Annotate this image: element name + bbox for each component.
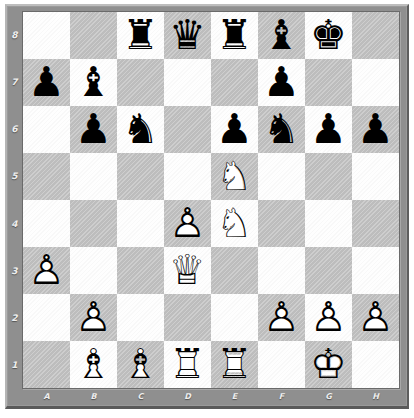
square-c4[interactable] [117, 200, 164, 247]
piece-white-pawn: ♟♙ [305, 294, 352, 341]
file-label-f: F [258, 389, 305, 404]
square-f4[interactable] [258, 200, 305, 247]
piece-black-bishop: ♝ [70, 59, 117, 106]
square-e4[interactable]: ♞♘ [211, 200, 258, 247]
square-g3[interactable] [305, 247, 352, 294]
piece-black-knight: ♞ [117, 106, 164, 153]
square-b1[interactable]: ♝♗ [70, 341, 117, 388]
piece-fill: ♞ [258, 106, 305, 153]
square-h4[interactable] [352, 200, 399, 247]
piece-outline: ♗ [70, 341, 117, 388]
square-c5[interactable] [117, 153, 164, 200]
square-d6[interactable] [164, 106, 211, 153]
square-g6[interactable]: ♟ [305, 106, 352, 153]
piece-fill: ♞ [211, 153, 258, 200]
piece-white-knight: ♞♘ [211, 153, 258, 200]
square-e6[interactable]: ♟ [211, 106, 258, 153]
file-label-g: G [305, 389, 352, 404]
square-h6[interactable]: ♟ [352, 106, 399, 153]
square-d7[interactable] [164, 59, 211, 106]
piece-white-bishop: ♝♗ [117, 341, 164, 388]
rank-label-1: 1 [11, 342, 17, 389]
piece-black-pawn: ♟ [352, 106, 399, 153]
piece-fill: ♛ [164, 12, 211, 59]
square-e8[interactable]: ♜ [211, 12, 258, 59]
piece-fill: ♟ [70, 294, 117, 341]
piece-fill: ♝ [258, 12, 305, 59]
square-g8[interactable]: ♚ [305, 12, 352, 59]
file-label-b: B [70, 389, 117, 404]
square-e5[interactable]: ♞♘ [211, 153, 258, 200]
square-a3[interactable]: ♟♙ [23, 247, 70, 294]
square-d8[interactable]: ♛ [164, 12, 211, 59]
square-g1[interactable]: ♚♔ [305, 341, 352, 388]
square-d4[interactable]: ♟♙ [164, 200, 211, 247]
square-a6[interactable] [23, 106, 70, 153]
square-f8[interactable]: ♝ [258, 12, 305, 59]
piece-fill: ♜ [164, 341, 211, 388]
piece-outline: ♘ [211, 153, 258, 200]
piece-outline: ♖ [164, 341, 211, 388]
piece-white-pawn: ♟♙ [23, 247, 70, 294]
piece-white-pawn: ♟♙ [70, 294, 117, 341]
piece-fill: ♝ [70, 341, 117, 388]
piece-outline: ♙ [23, 247, 70, 294]
piece-outline: ♙ [164, 200, 211, 247]
piece-outline: ♙ [352, 294, 399, 341]
piece-fill: ♜ [211, 341, 258, 388]
square-a4[interactable] [23, 200, 70, 247]
square-f5[interactable] [258, 153, 305, 200]
square-a1[interactable] [23, 341, 70, 388]
square-b3[interactable] [70, 247, 117, 294]
square-g4[interactable] [305, 200, 352, 247]
file-label-d: D [164, 389, 211, 404]
square-e7[interactable] [211, 59, 258, 106]
chess-board: ♜♛♜♝♚♟♝♟♟♞♟♞♟♟♞♘♟♙♞♘♟♙♛♕♟♙♟♙♟♙♟♙♝♗♝♗♜♖♜♖… [22, 11, 400, 389]
piece-fill: ♝ [70, 59, 117, 106]
square-b4[interactable] [70, 200, 117, 247]
square-h8[interactable] [352, 12, 399, 59]
square-a7[interactable]: ♟ [23, 59, 70, 106]
piece-black-pawn: ♟ [23, 59, 70, 106]
piece-outline: ♖ [211, 341, 258, 388]
piece-black-pawn: ♟ [211, 106, 258, 153]
square-a5[interactable] [23, 153, 70, 200]
piece-outline: ♕ [164, 247, 211, 294]
square-f6[interactable]: ♞ [258, 106, 305, 153]
square-d3[interactable]: ♛♕ [164, 247, 211, 294]
square-e2[interactable] [211, 294, 258, 341]
square-h5[interactable] [352, 153, 399, 200]
square-d5[interactable] [164, 153, 211, 200]
rank-labels: 87654321 [7, 11, 22, 389]
piece-fill: ♟ [305, 294, 352, 341]
square-d2[interactable] [164, 294, 211, 341]
piece-black-knight: ♞ [258, 106, 305, 153]
piece-white-bishop: ♝♗ [70, 341, 117, 388]
square-b7[interactable]: ♝ [70, 59, 117, 106]
piece-fill: ♟ [258, 59, 305, 106]
piece-fill: ♚ [305, 341, 352, 388]
square-c6[interactable]: ♞ [117, 106, 164, 153]
piece-black-pawn: ♟ [258, 59, 305, 106]
piece-fill: ♞ [211, 200, 258, 247]
square-g7[interactable] [305, 59, 352, 106]
piece-black-rook: ♜ [117, 12, 164, 59]
square-c8[interactable]: ♜ [117, 12, 164, 59]
piece-fill: ♜ [117, 12, 164, 59]
piece-outline: ♙ [70, 294, 117, 341]
square-c1[interactable]: ♝♗ [117, 341, 164, 388]
file-label-h: H [352, 389, 399, 404]
chess-board-frame: 87654321 ♜♛♜♝♚♟♝♟♟♞♟♞♟♟♞♘♟♙♞♘♟♙♛♕♟♙♟♙♟♙♟… [5, 4, 409, 409]
piece-black-queen: ♛ [164, 12, 211, 59]
square-f3[interactable] [258, 247, 305, 294]
piece-white-pawn: ♟♙ [164, 200, 211, 247]
square-c3[interactable] [117, 247, 164, 294]
square-a2[interactable] [23, 294, 70, 341]
chess-diagram-page: 87654321 ♜♛♜♝♚♟♝♟♟♞♟♞♟♟♞♘♟♙♞♘♟♙♛♕♟♙♟♙♟♙♟… [0, 0, 414, 418]
square-e1[interactable]: ♜♖ [211, 341, 258, 388]
square-b2[interactable]: ♟♙ [70, 294, 117, 341]
square-g2[interactable]: ♟♙ [305, 294, 352, 341]
piece-outline: ♗ [117, 341, 164, 388]
square-h1[interactable] [352, 341, 399, 388]
piece-fill: ♟ [352, 294, 399, 341]
piece-white-pawn: ♟♙ [258, 294, 305, 341]
file-labels: ABCDEFGH [23, 389, 400, 404]
piece-fill: ♟ [258, 294, 305, 341]
piece-fill: ♟ [23, 247, 70, 294]
square-c2[interactable] [117, 294, 164, 341]
piece-white-queen: ♛♕ [164, 247, 211, 294]
piece-fill: ♟ [23, 59, 70, 106]
square-g5[interactable] [305, 153, 352, 200]
rank-label-2: 2 [11, 295, 17, 342]
square-d1[interactable]: ♜♖ [164, 341, 211, 388]
piece-white-rook: ♜♖ [164, 341, 211, 388]
piece-white-knight: ♞♘ [211, 200, 258, 247]
piece-fill: ♚ [305, 12, 352, 59]
square-c7[interactable] [117, 59, 164, 106]
rank-label-4: 4 [11, 200, 17, 247]
square-f1[interactable] [258, 341, 305, 388]
square-b6[interactable]: ♟ [70, 106, 117, 153]
square-h3[interactable] [352, 247, 399, 294]
rank-label-5: 5 [11, 153, 17, 200]
piece-fill: ♝ [117, 341, 164, 388]
piece-outline: ♔ [305, 341, 352, 388]
piece-white-king: ♚♔ [305, 341, 352, 388]
rank-label-7: 7 [11, 58, 17, 105]
piece-white-rook: ♜♖ [211, 341, 258, 388]
piece-black-pawn: ♟ [305, 106, 352, 153]
square-f7[interactable]: ♟ [258, 59, 305, 106]
square-h2[interactable]: ♟♙ [352, 294, 399, 341]
rank-label-3: 3 [11, 247, 17, 294]
piece-outline: ♙ [258, 294, 305, 341]
piece-fill: ♞ [117, 106, 164, 153]
square-a8[interactable] [23, 12, 70, 59]
piece-fill: ♟ [211, 106, 258, 153]
square-h7[interactable] [352, 59, 399, 106]
piece-black-king: ♚ [305, 12, 352, 59]
piece-black-rook: ♜ [211, 12, 258, 59]
piece-fill: ♛ [164, 247, 211, 294]
file-label-a: A [23, 389, 70, 404]
piece-fill: ♟ [352, 106, 399, 153]
piece-fill: ♜ [211, 12, 258, 59]
piece-outline: ♘ [211, 200, 258, 247]
square-e3[interactable] [211, 247, 258, 294]
piece-fill: ♟ [305, 106, 352, 153]
piece-outline: ♙ [305, 294, 352, 341]
piece-fill: ♟ [70, 106, 117, 153]
rank-label-8: 8 [11, 11, 17, 58]
piece-black-bishop: ♝ [258, 12, 305, 59]
file-label-e: E [211, 389, 258, 404]
square-b5[interactable] [70, 153, 117, 200]
piece-fill: ♟ [164, 200, 211, 247]
file-label-c: C [117, 389, 164, 404]
square-b8[interactable] [70, 12, 117, 59]
piece-white-pawn: ♟♙ [352, 294, 399, 341]
rank-label-6: 6 [11, 106, 17, 153]
piece-black-pawn: ♟ [70, 106, 117, 153]
square-f2[interactable]: ♟♙ [258, 294, 305, 341]
